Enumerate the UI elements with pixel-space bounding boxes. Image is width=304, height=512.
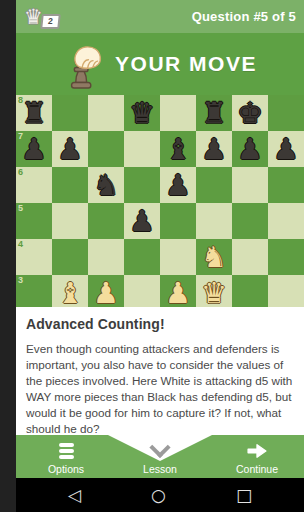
black-pawn[interactable]: ♟ — [52, 131, 88, 167]
rank-label-3: 3 — [18, 275, 23, 285]
android-back-icon[interactable]: ◁ — [68, 478, 81, 512]
continue-label: Continue — [236, 463, 278, 475]
square-b8[interactable] — [52, 95, 88, 131]
black-king[interactable]: ♚ — [232, 95, 268, 131]
options-label: Options — [48, 463, 84, 475]
android-nav-bar: ◁ ○ □ — [16, 478, 304, 512]
square-e8[interactable] — [160, 95, 196, 131]
square-b7[interactable]: ♟ — [52, 131, 88, 167]
square-f7[interactable]: ♟ — [196, 131, 232, 167]
chess-board: 8♜♛♜♚7♟♟♝♟♟♟6♞♟5♟4♞3♝♟♟♛ — [16, 95, 304, 307]
top-bar: ♛ 2 Question #5 of 5 — [16, 0, 304, 33]
square-d3[interactable] — [124, 275, 160, 307]
black-rook[interactable]: ♜ — [196, 95, 232, 131]
square-a8[interactable]: 8♜ — [16, 95, 52, 131]
black-pawn[interactable]: ♟ — [160, 167, 196, 203]
square-c3[interactable]: ♟ — [88, 275, 124, 307]
question-progress-title: Question #5 of 5 — [192, 9, 296, 24]
white-knight[interactable]: ♞ — [196, 239, 232, 275]
square-c4[interactable] — [88, 239, 124, 275]
square-c8[interactable] — [88, 95, 124, 131]
square-c7[interactable] — [88, 131, 124, 167]
square-h8[interactable] — [268, 95, 304, 131]
square-d6[interactable] — [124, 167, 160, 203]
lesson-button[interactable]: Lesson — [125, 435, 195, 478]
square-g4[interactable] — [232, 239, 268, 275]
chevron-down-icon — [149, 437, 170, 458]
white-queen[interactable]: ♛ — [196, 275, 232, 307]
options-button[interactable]: Options — [36, 435, 96, 478]
black-pawn[interactable]: ♟ — [196, 131, 232, 167]
android-home-icon[interactable]: ○ — [151, 478, 166, 512]
square-h6[interactable] — [268, 167, 304, 203]
square-e3[interactable]: ♟ — [160, 275, 196, 307]
square-d7[interactable] — [124, 131, 160, 167]
your-move-title: YOUR MOVE — [115, 52, 257, 76]
black-bishop[interactable]: ♝ — [160, 131, 196, 167]
square-h5[interactable] — [268, 203, 304, 239]
square-e6[interactable]: ♟ — [160, 167, 196, 203]
white-bishop[interactable]: ♝ — [52, 275, 88, 307]
square-b6[interactable] — [52, 167, 88, 203]
square-e4[interactable] — [160, 239, 196, 275]
square-d8[interactable]: ♛ — [124, 95, 160, 131]
square-c5[interactable] — [88, 203, 124, 239]
square-a5[interactable]: 5 — [16, 203, 52, 239]
square-f3[interactable]: ♛ — [196, 275, 232, 307]
black-pawn[interactable]: ♟ — [268, 131, 304, 167]
black-queen[interactable]: ♛ — [124, 95, 160, 131]
square-g5[interactable] — [232, 203, 268, 239]
lesson-heading: Advanced Counting! — [26, 316, 294, 332]
bottom-nav-bar: Options Lesson Continue — [16, 435, 304, 478]
rank-label-8: 8 — [18, 95, 23, 105]
square-g8[interactable]: ♚ — [232, 95, 268, 131]
black-pawn[interactable]: ♟ — [232, 131, 268, 167]
lesson-body-text: Even though counting attackers and defen… — [26, 341, 294, 437]
square-e7[interactable]: ♝ — [160, 131, 196, 167]
continue-button[interactable]: Continue — [225, 435, 289, 478]
black-pawn[interactable]: ♟ — [124, 203, 160, 239]
square-f5[interactable] — [196, 203, 232, 239]
square-g6[interactable] — [232, 167, 268, 203]
square-a6[interactable]: 6 — [16, 167, 52, 203]
arrow-right-icon — [246, 443, 268, 459]
white-pawn[interactable]: ♟ — [160, 275, 196, 307]
chesskid-app-screen: ♛ 2 Question #5 of 5 YOUR MOVE 8♜♛♜♚7♟♟♝… — [16, 0, 304, 512]
square-h3[interactable] — [268, 275, 304, 307]
square-f6[interactable] — [196, 167, 232, 203]
square-g7[interactable]: ♟ — [232, 131, 268, 167]
android-recents-icon[interactable]: □ — [236, 478, 252, 512]
rank-label-4: 4 — [18, 239, 23, 249]
square-h7[interactable]: ♟ — [268, 131, 304, 167]
square-e5[interactable] — [160, 203, 196, 239]
hamburger-icon — [59, 443, 74, 459]
square-a7[interactable]: 7♟ — [16, 131, 52, 167]
level-badge: 2 — [40, 14, 61, 29]
black-knight[interactable]: ♞ — [88, 167, 124, 203]
square-f8[interactable]: ♜ — [196, 95, 232, 131]
rank-label-5: 5 — [18, 203, 23, 213]
square-a3[interactable]: 3 — [16, 275, 52, 307]
square-a4[interactable]: 4 — [16, 239, 52, 275]
square-c6[interactable]: ♞ — [88, 167, 124, 203]
square-g3[interactable] — [232, 275, 268, 307]
square-b3[interactable]: ♝ — [52, 275, 88, 307]
square-b5[interactable] — [52, 203, 88, 239]
square-d5[interactable]: ♟ — [124, 203, 160, 239]
square-h4[interactable] — [268, 239, 304, 275]
rank-label-7: 7 — [18, 131, 23, 141]
lesson-label: Lesson — [143, 463, 177, 475]
your-move-header: YOUR MOVE — [16, 33, 304, 95]
square-b4[interactable] — [52, 239, 88, 275]
hand-holding-pawn-icon — [63, 44, 103, 90]
white-pawn[interactable]: ♟ — [88, 275, 124, 307]
rank-label-6: 6 — [18, 167, 23, 177]
lesson-panel: Advanced Counting! Even though counting … — [16, 307, 304, 435]
square-d4[interactable] — [124, 239, 160, 275]
level-indicator[interactable]: ♛ 2 — [24, 3, 64, 31]
square-f4[interactable]: ♞ — [196, 239, 232, 275]
